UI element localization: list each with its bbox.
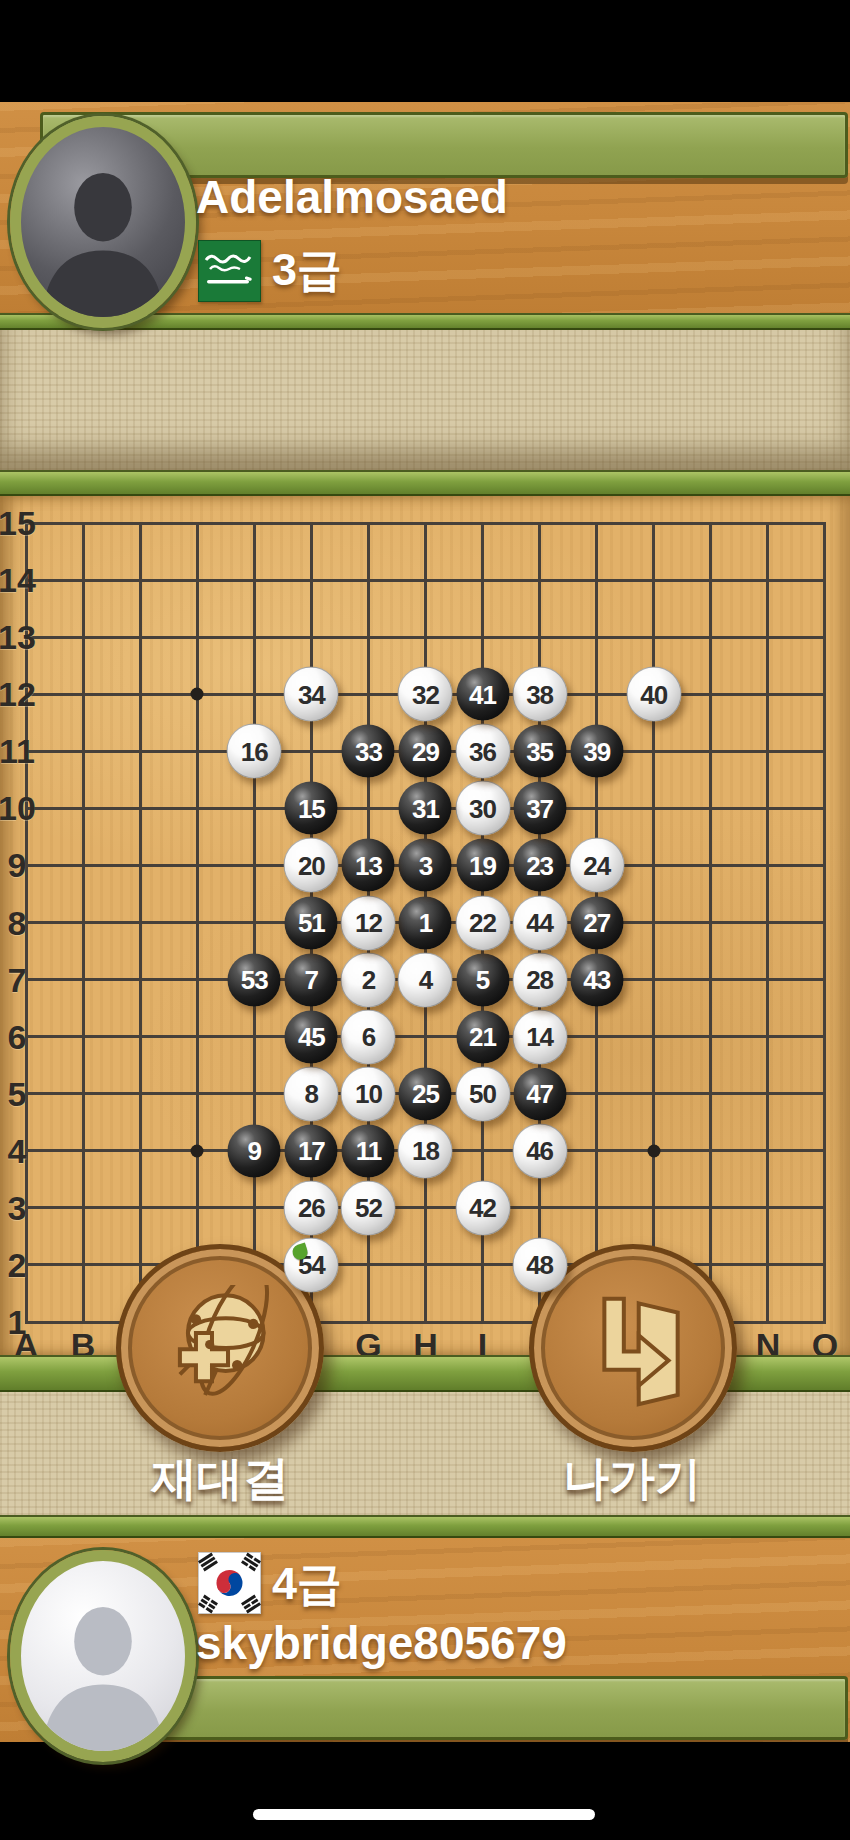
game-screen: Adelalmosaed 3급 123456789101112131415ABC…: [0, 0, 850, 1840]
row-coordinate-label: 9: [8, 846, 27, 885]
stone-move-18: 18: [398, 1123, 453, 1178]
stone-move-28: 28: [512, 952, 567, 1007]
stone-move-4: 4: [398, 952, 453, 1007]
stone-move-6: 6: [341, 1009, 396, 1064]
stone-move-37: 37: [513, 782, 566, 835]
stone-number: 41: [469, 681, 496, 707]
stone-move-16: 16: [227, 724, 282, 779]
opponent-banner: Adelalmosaed 3급: [0, 102, 850, 313]
divider-strip: [0, 1515, 850, 1538]
player-avatar[interactable]: [10, 1550, 196, 1762]
stone-move-43: 43: [570, 953, 623, 1006]
saudi-arabia-flag-icon: [198, 240, 261, 302]
stone-move-38: 38: [512, 667, 567, 722]
stone-number: 6: [362, 1024, 375, 1050]
stone-number: 33: [355, 738, 382, 764]
player-rank: 4급: [272, 1554, 342, 1614]
texture-panel: [0, 1392, 850, 1515]
globe-plus-icon: [157, 1285, 283, 1411]
stone-number: 2: [362, 967, 375, 993]
stone-number: 40: [640, 681, 667, 707]
stone-move-11: 11: [342, 1124, 395, 1177]
status-bar-area: [0, 0, 850, 102]
opponent-rank: 3급: [272, 240, 342, 300]
texture-panel: [0, 330, 850, 470]
stone-number: 12: [355, 910, 382, 936]
stone-number: 1: [419, 910, 432, 936]
stone-move-20: 20: [284, 838, 339, 893]
row-coordinate-label: 3: [8, 1188, 27, 1227]
row-coordinate-label: 14: [0, 561, 36, 600]
row-coordinate-label: 4: [8, 1131, 27, 1170]
stone-move-7: 7: [285, 953, 338, 1006]
stone-number: 5: [476, 967, 489, 993]
stone-move-46: 46: [512, 1123, 567, 1178]
star-point: [191, 688, 204, 701]
stone-move-33: 33: [342, 725, 395, 778]
stone-move-53: 53: [228, 953, 281, 1006]
stone-number: 29: [412, 738, 439, 764]
stone-number: 37: [526, 795, 553, 821]
stone-move-51: 51: [285, 896, 338, 949]
stone-number: 42: [469, 1195, 496, 1221]
stone-number: 39: [583, 738, 610, 764]
row-coordinate-label: 15: [0, 504, 36, 543]
star-point: [191, 1144, 204, 1157]
stone-move-19: 19: [456, 839, 509, 892]
stone-number: 11: [356, 1138, 382, 1164]
grid-line-vertical: [823, 522, 826, 1324]
stone-move-41: 41: [456, 668, 509, 721]
stone-number: 16: [241, 738, 268, 764]
grid-line-horizontal: [25, 636, 827, 639]
stone-move-24: 24: [569, 838, 624, 893]
stone-number: 31: [412, 795, 439, 821]
player-banner: 4급 skybridge805679: [0, 1538, 850, 1742]
row-coordinate-label: 13: [0, 618, 36, 657]
row-coordinate-label: 7: [8, 960, 27, 999]
player-name: skybridge805679: [196, 1616, 567, 1670]
stone-number: 51: [298, 910, 325, 936]
row-coordinate-label: 10: [0, 789, 36, 828]
stone-move-17: 17: [285, 1124, 338, 1177]
stone-number: 28: [526, 967, 553, 993]
stone-move-52: 52: [341, 1180, 396, 1235]
stone-move-29: 29: [399, 725, 452, 778]
row-coordinate-label: 8: [8, 903, 27, 942]
stone-move-8: 8: [284, 1066, 339, 1121]
stone-move-15: 15: [285, 782, 338, 835]
stone-move-45: 45: [285, 1010, 338, 1063]
stone-number: 38: [526, 681, 553, 707]
stone-move-32: 32: [398, 667, 453, 722]
opponent-name: Adelalmosaed: [196, 170, 508, 224]
stone-move-21: 21: [456, 1010, 509, 1063]
stone-number: 25: [412, 1081, 439, 1107]
stone-number: 3: [419, 852, 432, 878]
stone-number: 26: [298, 1195, 325, 1221]
stone-number: 18: [412, 1138, 439, 1164]
divider-strip: [0, 470, 850, 496]
stone-number: 52: [355, 1195, 382, 1221]
rematch-label[interactable]: 재대결: [151, 1448, 289, 1510]
avatar-silhouette-icon: [13, 141, 193, 328]
stone-move-47: 47: [513, 1067, 566, 1120]
opponent-avatar[interactable]: [10, 116, 196, 328]
stone-number: 36: [469, 738, 496, 764]
stone-move-54: 54: [284, 1237, 339, 1292]
stone-number: 19: [469, 852, 496, 878]
stone-number: 14: [526, 1024, 553, 1050]
stone-move-44: 44: [512, 895, 567, 950]
row-coordinate-label: 11: [0, 732, 35, 771]
grid-line-vertical: [709, 522, 712, 1324]
home-indicator[interactable]: [253, 1809, 595, 1820]
stone-number: 35: [526, 738, 553, 764]
stone-move-35: 35: [513, 725, 566, 778]
stone-number: 50: [469, 1081, 496, 1107]
stone-number: 48: [526, 1252, 553, 1278]
stone-move-14: 14: [512, 1009, 567, 1064]
stone-number: 9: [248, 1138, 261, 1164]
grid-line-horizontal: [25, 579, 827, 582]
stone-move-40: 40: [626, 667, 681, 722]
stone-number: 30: [469, 795, 496, 821]
stone-move-9: 9: [228, 1124, 281, 1177]
south-korea-flag-icon: [198, 1552, 261, 1614]
stone-number: 23: [526, 852, 553, 878]
stone-move-50: 50: [455, 1066, 510, 1121]
exit-label[interactable]: 나가기: [563, 1448, 701, 1510]
stone-number: 22: [469, 910, 496, 936]
stone-move-26: 26: [284, 1180, 339, 1235]
stone-number: 46: [526, 1138, 553, 1164]
stone-number: 21: [469, 1024, 496, 1050]
stone-move-3: 3: [399, 839, 452, 892]
row-coordinate-label: 5: [8, 1074, 27, 1113]
goban[interactable]: 123456789101112131415ABCDEFGHIJKLMNO1234…: [0, 496, 850, 1355]
player-info-bar: [150, 1676, 848, 1740]
stone-move-1: 1: [399, 896, 452, 949]
stone-move-12: 12: [341, 895, 396, 950]
stone-move-2: 2: [341, 952, 396, 1007]
stone-move-23: 23: [513, 839, 566, 892]
stone-move-42: 42: [455, 1180, 510, 1235]
stone-number: 10: [355, 1081, 382, 1107]
stone-number: 34: [298, 681, 325, 707]
stone-number: 15: [298, 795, 325, 821]
stone-move-34: 34: [284, 667, 339, 722]
avatar-silhouette-icon: [13, 1575, 193, 1762]
stone-move-25: 25: [399, 1067, 452, 1120]
stone-number: 44: [526, 910, 553, 936]
stone-number: 32: [412, 681, 439, 707]
stone-number: 43: [583, 967, 610, 993]
grid-line-vertical: [652, 522, 655, 1324]
stone-move-48: 48: [512, 1237, 567, 1292]
stone-number: 4: [419, 967, 432, 993]
stone-number: 47: [526, 1081, 553, 1107]
stone-number: 7: [305, 967, 318, 993]
stone-number: 27: [583, 910, 610, 936]
stone-number: 13: [355, 852, 382, 878]
exit-arrow-icon: [570, 1285, 696, 1411]
grid-line-horizontal: [25, 522, 827, 525]
stone-number: 45: [298, 1024, 325, 1050]
grid-line-vertical: [766, 522, 769, 1324]
stone-move-39: 39: [570, 725, 623, 778]
stone-move-30: 30: [455, 781, 510, 836]
stone-move-5: 5: [456, 953, 509, 1006]
stone-move-31: 31: [399, 782, 452, 835]
stone-move-36: 36: [455, 724, 510, 779]
row-coordinate-label: 12: [0, 675, 36, 714]
stone-number: 20: [298, 852, 325, 878]
stone-move-22: 22: [455, 895, 510, 950]
row-coordinate-label: 6: [8, 1017, 27, 1056]
stone-number: 53: [241, 967, 268, 993]
star-point: [647, 1144, 660, 1157]
stone-number: 24: [583, 852, 610, 878]
row-coordinate-label: 2: [8, 1245, 27, 1284]
stone-move-10: 10: [341, 1066, 396, 1121]
stone-move-27: 27: [570, 896, 623, 949]
stone-number: 17: [298, 1138, 325, 1164]
stone-move-13: 13: [342, 839, 395, 892]
stone-number: 8: [305, 1081, 318, 1107]
